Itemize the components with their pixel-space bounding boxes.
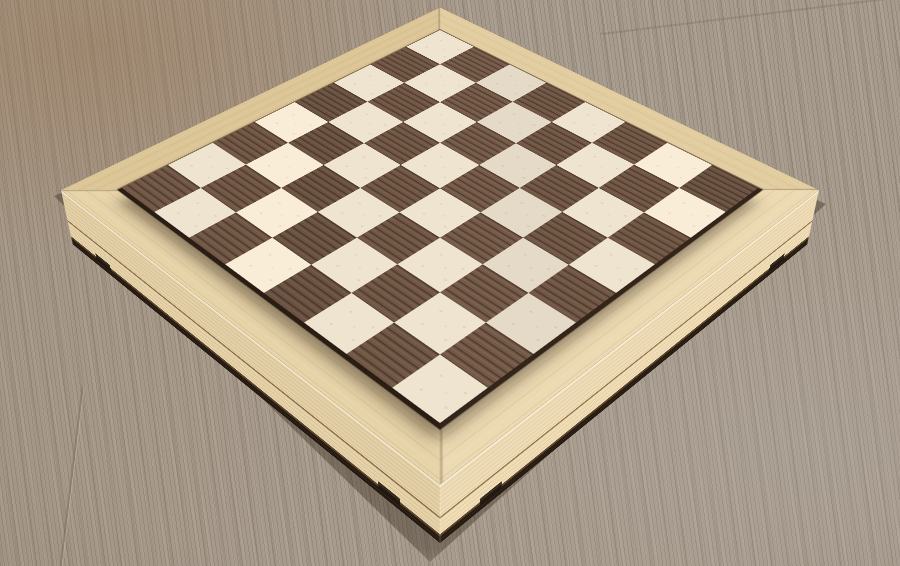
square-h5 — [569, 238, 655, 293]
miter-seam — [438, 7, 440, 30]
square-d2 — [273, 212, 357, 264]
square-g4 — [483, 238, 569, 293]
square-e1 — [264, 264, 352, 322]
photo-scene — [0, 0, 900, 566]
square-c1 — [189, 212, 273, 264]
miter-seam — [440, 429, 443, 484]
square-f1 — [304, 293, 395, 354]
square-d3 — [318, 188, 400, 238]
square-h6 — [607, 212, 691, 264]
square-d1 — [225, 238, 311, 293]
miter-seam — [762, 189, 819, 190]
square-h3 — [485, 293, 576, 354]
square-f3 — [397, 238, 483, 293]
square-g2 — [395, 293, 486, 354]
square-e4 — [399, 188, 481, 238]
square-f2 — [352, 264, 440, 322]
square-c2 — [236, 188, 318, 238]
square-h1 — [392, 354, 488, 423]
square-g5 — [524, 212, 608, 264]
square-e3 — [356, 212, 440, 264]
square-e2 — [311, 238, 397, 293]
square-f4 — [440, 212, 524, 264]
miter-seam — [61, 190, 118, 191]
square-h2 — [440, 322, 533, 387]
square-g1 — [347, 322, 440, 387]
square-f5 — [481, 188, 563, 238]
square-g3 — [440, 264, 528, 322]
square-g6 — [562, 188, 644, 238]
square-h4 — [528, 264, 616, 322]
square-h7 — [644, 188, 726, 238]
square-b1 — [155, 188, 237, 238]
